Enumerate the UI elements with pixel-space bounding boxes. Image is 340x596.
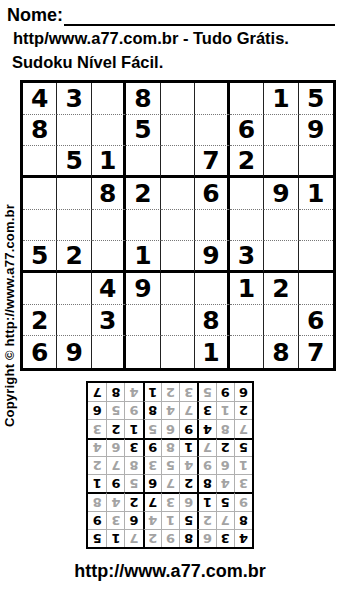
solution-cell-r7c3: 4 [197, 419, 215, 437]
cell-r7c5 [161, 273, 195, 305]
copyright-vertical-text: Copyright © http://www.a77.com.br [2, 145, 17, 427]
cell-r3c6: 7 [195, 146, 229, 178]
cell-r8c9: 6 [299, 305, 333, 337]
solution-cell-r1c5: 9 [161, 529, 179, 547]
solution-cell-r1c1: 4 [234, 529, 252, 547]
cell-r6c7: 3 [230, 241, 264, 273]
cell-r3c5 [161, 146, 195, 178]
cell-r7c4: 9 [126, 273, 160, 305]
solution-cell-r6c7: 3 [124, 438, 142, 456]
solution-cell-r6c8: 6 [106, 438, 124, 456]
cell-r6c5 [161, 241, 195, 273]
solution-cell-r4c8: 9 [106, 474, 124, 492]
solution-cell-r6c6: 9 [143, 438, 161, 456]
cell-r4c8: 9 [264, 178, 298, 210]
cell-r3c8 [264, 146, 298, 178]
solution-cell-r6c5: 8 [161, 438, 179, 456]
solution-cell-r5c1: 1 [234, 456, 252, 474]
solution-grid: 4368927158725146399516372483482765911694… [86, 381, 254, 549]
solution-cell-r7c1: 7 [234, 419, 252, 437]
solution-cell-r3c8: 4 [106, 492, 124, 510]
cell-r8c6: 8 [195, 305, 229, 337]
solution-cell-r2c9: 9 [88, 511, 106, 529]
solution-cell-r9c5: 2 [161, 383, 179, 401]
cell-r3c3: 1 [92, 146, 126, 178]
solution-cell-r3c1: 9 [234, 492, 252, 510]
cell-r2c4: 5 [126, 115, 160, 147]
cell-r8c7 [230, 305, 264, 337]
solution-cell-r5c8: 7 [106, 456, 124, 474]
cell-r9c3 [92, 336, 126, 368]
solution-cell-r9c4: 3 [179, 383, 197, 401]
cell-r4c7 [230, 178, 264, 210]
cell-r1c3 [92, 83, 126, 115]
cell-r6c6: 9 [195, 241, 229, 273]
site-header: http/www.a77.com.br - Tudo Grátis. [13, 29, 289, 48]
solution-cell-r5c9: 2 [88, 456, 106, 474]
solution-cell-r9c1: 6 [234, 383, 252, 401]
cell-r9c5 [161, 336, 195, 368]
cell-r2c1: 8 [23, 115, 57, 147]
solution-cell-r8c6: 8 [143, 401, 161, 419]
solution-cell-r6c4: 1 [179, 438, 197, 456]
solution-cell-r8c9: 6 [88, 401, 106, 419]
cell-r4c9: 1 [299, 178, 333, 210]
cell-r7c3: 4 [92, 273, 126, 305]
cell-r7c7: 1 [230, 273, 264, 305]
cell-r2c7: 6 [230, 115, 264, 147]
cell-r8c8 [264, 305, 298, 337]
cell-r4c6: 6 [195, 178, 229, 210]
cell-r1c6 [195, 83, 229, 115]
cell-r1c1: 4 [23, 83, 57, 115]
solution-cell-r4c7: 5 [124, 474, 142, 492]
solution-cell-r2c1: 8 [234, 511, 252, 529]
solution-cell-r5c5: 5 [161, 456, 179, 474]
solution-cell-r6c3: 7 [197, 438, 215, 456]
sudoku-printable-page: Nome: http/www.a77.com.br - Tudo Grátis.… [0, 0, 340, 596]
solution-cell-r8c1: 2 [234, 401, 252, 419]
solution-cell-r9c6: 1 [143, 383, 161, 401]
cell-r4c5 [161, 178, 195, 210]
solution-cell-r7c8: 2 [106, 419, 124, 437]
cell-r5c6 [195, 210, 229, 242]
solution-cell-r1c6: 2 [143, 529, 161, 547]
solution-cell-r7c6: 5 [143, 419, 161, 437]
solution-cell-r7c4: 9 [179, 419, 197, 437]
cell-r7c8: 2 [264, 273, 298, 305]
solution-cell-r2c7: 6 [124, 511, 142, 529]
cell-r1c9: 5 [299, 83, 333, 115]
cell-r4c3: 8 [92, 178, 126, 210]
solution-cell-r2c3: 2 [197, 511, 215, 529]
solution-cell-r3c2: 5 [216, 492, 234, 510]
cell-r4c1 [23, 178, 57, 210]
solution-cell-r7c9: 3 [88, 419, 106, 437]
cell-r4c4: 2 [126, 178, 160, 210]
solution-cell-r1c8: 1 [106, 529, 124, 547]
solution-cell-r5c2: 6 [216, 456, 234, 474]
cell-r9c9: 7 [299, 336, 333, 368]
cell-r2c6 [195, 115, 229, 147]
sudoku-grid: 438158569517282691521934912238669187 [20, 80, 336, 371]
cell-r8c5 [161, 305, 195, 337]
solution-cell-r4c2: 4 [216, 474, 234, 492]
cell-r9c6: 1 [195, 336, 229, 368]
solution-cell-r3c9: 8 [88, 492, 106, 510]
cell-r3c1 [23, 146, 57, 178]
cell-r7c6 [195, 273, 229, 305]
solution-cell-r8c2: 1 [216, 401, 234, 419]
solution-cell-r3c3: 1 [197, 492, 215, 510]
solution-cell-r4c1: 3 [234, 474, 252, 492]
cell-r2c9: 9 [299, 115, 333, 147]
cell-r2c8 [264, 115, 298, 147]
cell-r6c4: 1 [126, 241, 160, 273]
difficulty-title: Sudoku Nível Fácil. [12, 53, 163, 72]
solution-cell-r2c4: 5 [179, 511, 197, 529]
solution-cell-r8c5: 4 [161, 401, 179, 419]
solution-cell-r6c9: 4 [88, 438, 106, 456]
cell-r5c3 [92, 210, 126, 242]
cell-r5c8 [264, 210, 298, 242]
cell-r5c9 [299, 210, 333, 242]
cell-r6c9 [299, 241, 333, 273]
solution-cell-r9c8: 8 [106, 383, 124, 401]
cell-r7c2 [57, 273, 91, 305]
solution-cell-r1c7: 7 [124, 529, 142, 547]
cell-r9c8: 8 [264, 336, 298, 368]
cell-r6c2: 2 [57, 241, 91, 273]
cell-r6c1: 5 [23, 241, 57, 273]
cell-r9c1: 6 [23, 336, 57, 368]
solution-cell-r2c6: 4 [143, 511, 161, 529]
cell-r5c4 [126, 210, 160, 242]
name-blank-line [64, 5, 335, 26]
solution-cell-r3c5: 3 [161, 492, 179, 510]
cell-r9c7 [230, 336, 264, 368]
cell-r8c4 [126, 305, 160, 337]
solution-cell-r4c3: 8 [197, 474, 215, 492]
solution-cell-r8c8: 5 [106, 401, 124, 419]
cell-r2c3 [92, 115, 126, 147]
solution-cell-r9c7: 4 [124, 383, 142, 401]
cell-r9c4 [126, 336, 160, 368]
solution-cell-r9c9: 7 [88, 383, 106, 401]
cell-r4c2 [57, 178, 91, 210]
cell-r5c1 [23, 210, 57, 242]
solution-cell-r9c2: 9 [216, 383, 234, 401]
solution-cell-r5c7: 8 [124, 456, 142, 474]
cell-r1c4: 8 [126, 83, 160, 115]
solution-cell-r1c4: 8 [179, 529, 197, 547]
cell-r5c2 [57, 210, 91, 242]
cell-r2c2 [57, 115, 91, 147]
solution-cell-r9c3: 5 [197, 383, 215, 401]
cell-r5c7 [230, 210, 264, 242]
cell-r3c2: 5 [57, 146, 91, 178]
solution-cell-r4c4: 2 [179, 474, 197, 492]
solution-cell-r3c7: 2 [124, 492, 142, 510]
solution-cell-r4c5: 7 [161, 474, 179, 492]
cell-r1c5 [161, 83, 195, 115]
cell-r1c7 [230, 83, 264, 115]
solution-cell-r5c4: 4 [179, 456, 197, 474]
name-label: Nome: [7, 5, 63, 26]
cell-r3c7: 2 [230, 146, 264, 178]
solution-cell-r7c2: 8 [216, 419, 234, 437]
solution-cell-r4c9: 1 [88, 474, 106, 492]
cell-r7c9 [299, 273, 333, 305]
solution-cell-r8c7: 9 [124, 401, 142, 419]
solution-cell-r7c5: 6 [161, 419, 179, 437]
solution-cell-r2c8: 3 [106, 511, 124, 529]
cell-r1c8: 1 [264, 83, 298, 115]
cell-r3c9 [299, 146, 333, 178]
cell-r1c2: 3 [57, 83, 91, 115]
solution-cell-r1c9: 5 [88, 529, 106, 547]
cell-r8c2 [57, 305, 91, 337]
cell-r9c2: 9 [57, 336, 91, 368]
solution-cell-r6c2: 2 [216, 438, 234, 456]
solution-cell-r5c3: 9 [197, 456, 215, 474]
cell-r2c5 [161, 115, 195, 147]
solution-cell-r7c7: 1 [124, 419, 142, 437]
cell-r5c5 [161, 210, 195, 242]
solution-cell-r2c2: 7 [216, 511, 234, 529]
solution-cell-r8c3: 3 [197, 401, 215, 419]
solution-cell-r3c4: 6 [179, 492, 197, 510]
solution-cell-r6c1: 5 [234, 438, 252, 456]
footer-url: http://www.a77.com.br [0, 561, 340, 582]
cell-r6c8 [264, 241, 298, 273]
solution-cell-r5c6: 3 [143, 456, 161, 474]
solution-cell-r1c3: 6 [197, 529, 215, 547]
cell-r8c3: 3 [92, 305, 126, 337]
cell-r3c4 [126, 146, 160, 178]
cell-r8c1: 2 [23, 305, 57, 337]
solution-cell-r2c5: 1 [161, 511, 179, 529]
solution-cell-r3c6: 7 [143, 492, 161, 510]
solution-cell-r8c4: 7 [179, 401, 197, 419]
name-row: Nome: [7, 5, 335, 26]
solution-cell-r1c2: 3 [216, 529, 234, 547]
solution-cell-r4c6: 6 [143, 474, 161, 492]
cell-r6c3 [92, 241, 126, 273]
cell-r7c1 [23, 273, 57, 305]
